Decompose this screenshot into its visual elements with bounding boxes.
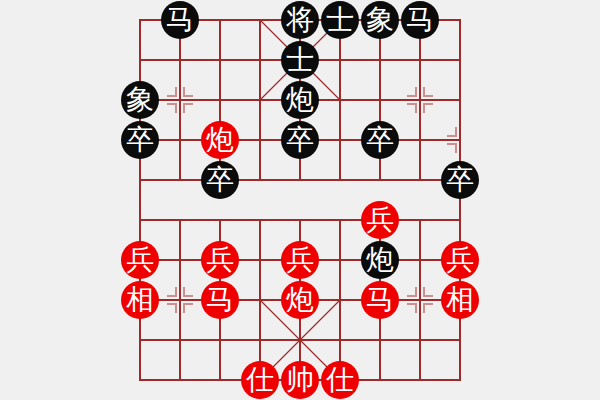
black-horse[interactable]: 马 [401, 1, 439, 39]
red-pawn[interactable]: 兵 [281, 241, 319, 279]
pieces-layer: 马将士象马士象炮卒炮卒卒卒卒兵兵兵兵炮兵相马炮马相仕帅仕 [120, 0, 480, 400]
black-elephant[interactable]: 象 [361, 1, 399, 39]
red-pawn[interactable]: 兵 [441, 241, 479, 279]
xiangqi-board: 马将士象马士象炮卒炮卒卒卒卒兵兵兵兵炮兵相马炮马相仕帅仕 [0, 0, 600, 400]
black-advisor[interactable]: 士 [321, 1, 359, 39]
black-pawn[interactable]: 卒 [121, 121, 159, 159]
red-cannon[interactable]: 炮 [281, 281, 319, 319]
red-horse[interactable]: 马 [361, 281, 399, 319]
black-cannon[interactable]: 炮 [361, 241, 399, 279]
black-horse[interactable]: 马 [161, 1, 199, 39]
black-pawn[interactable]: 卒 [281, 121, 319, 159]
black-pawn[interactable]: 卒 [361, 121, 399, 159]
red-elephant[interactable]: 相 [121, 281, 159, 319]
red-pawn[interactable]: 兵 [121, 241, 159, 279]
red-general[interactable]: 帅 [281, 361, 319, 399]
red-horse[interactable]: 马 [201, 281, 239, 319]
red-pawn[interactable]: 兵 [201, 241, 239, 279]
black-general[interactable]: 将 [281, 1, 319, 39]
red-pawn[interactable]: 兵 [361, 201, 399, 239]
red-advisor[interactable]: 仕 [321, 361, 359, 399]
black-elephant[interactable]: 象 [121, 81, 159, 119]
red-elephant[interactable]: 相 [441, 281, 479, 319]
black-pawn[interactable]: 卒 [201, 161, 239, 199]
red-advisor[interactable]: 仕 [241, 361, 279, 399]
red-cannon[interactable]: 炮 [201, 121, 239, 159]
black-advisor[interactable]: 士 [281, 41, 319, 79]
black-cannon[interactable]: 炮 [281, 81, 319, 119]
black-pawn[interactable]: 卒 [441, 161, 479, 199]
